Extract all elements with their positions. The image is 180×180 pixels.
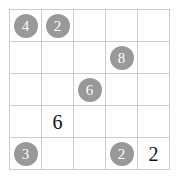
cell-r3c4[interactable] (106, 74, 137, 105)
cell-r2c1[interactable] (10, 42, 41, 73)
cell-r5c2[interactable] (42, 138, 73, 169)
cell-r1c2[interactable]: 2 (42, 10, 73, 41)
cell-r1c5[interactable] (138, 10, 169, 41)
cell-r5c5[interactable]: 2 (138, 138, 169, 169)
cell-r3c3[interactable]: 6 (74, 74, 105, 105)
cell-r2c4[interactable]: 8 (106, 42, 137, 73)
cell-r5c3[interactable] (74, 138, 105, 169)
cell-r1c1[interactable]: 4 (10, 10, 41, 41)
cell-r3c1[interactable] (10, 74, 41, 105)
entered-number: 6 (53, 112, 63, 132)
cell-r4c1[interactable] (10, 106, 41, 137)
cell-r3c2[interactable] (42, 74, 73, 105)
given-circle: 2 (46, 14, 70, 38)
cell-r1c4[interactable] (106, 10, 137, 41)
given-circle: 4 (14, 14, 38, 38)
cell-r3c5[interactable] (138, 74, 169, 105)
cell-r4c5[interactable] (138, 106, 169, 137)
cell-r5c4[interactable]: 2 (106, 138, 137, 169)
cell-r5c1[interactable]: 3 (10, 138, 41, 169)
entered-number: 2 (149, 144, 159, 164)
cell-r4c4[interactable] (106, 106, 137, 137)
cell-r1c3[interactable] (74, 10, 105, 41)
given-circle: 3 (14, 142, 38, 166)
given-circle: 2 (110, 142, 134, 166)
given-circle: 6 (78, 78, 102, 102)
cell-r4c3[interactable] (74, 106, 105, 137)
cell-r2c5[interactable] (138, 42, 169, 73)
cell-r4c2[interactable]: 6 (42, 106, 73, 137)
cell-r2c3[interactable] (74, 42, 105, 73)
given-circle: 8 (110, 46, 134, 70)
cell-r2c2[interactable] (42, 42, 73, 73)
puzzle-board: 42866322 (9, 9, 170, 170)
